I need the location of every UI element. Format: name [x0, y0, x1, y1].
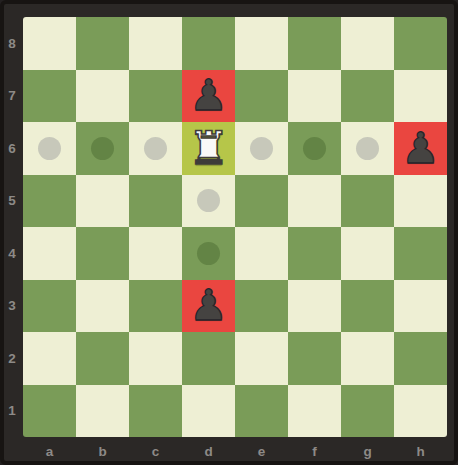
black-pawn[interactable]: ♟	[189, 284, 228, 327]
chess-app-window: 87654321 ♟♜♟♟ abcdefgh	[0, 0, 458, 465]
square-g5[interactable]	[341, 175, 394, 228]
square-h2[interactable]	[394, 332, 447, 385]
rank-label-8: 8	[4, 17, 20, 70]
square-c4[interactable]	[129, 227, 182, 280]
square-e1[interactable]	[235, 385, 288, 438]
square-f7[interactable]	[288, 70, 341, 123]
square-a7[interactable]	[23, 70, 76, 123]
square-b8[interactable]	[76, 17, 129, 70]
square-g3[interactable]	[341, 280, 394, 333]
square-c8[interactable]	[129, 17, 182, 70]
square-f1[interactable]	[288, 385, 341, 438]
file-label-g: g	[341, 437, 394, 465]
square-e8[interactable]	[235, 17, 288, 70]
square-e6[interactable]	[235, 122, 288, 175]
black-pawn[interactable]: ♟	[189, 74, 228, 117]
square-a4[interactable]	[23, 227, 76, 280]
square-h1[interactable]	[394, 385, 447, 438]
square-e2[interactable]	[235, 332, 288, 385]
square-g7[interactable]	[341, 70, 394, 123]
square-g4[interactable]	[341, 227, 394, 280]
square-b6[interactable]	[76, 122, 129, 175]
square-d6[interactable]: ♜	[182, 122, 235, 175]
square-c6[interactable]	[129, 122, 182, 175]
square-f2[interactable]	[288, 332, 341, 385]
square-a1[interactable]	[23, 385, 76, 438]
rank-label-4: 4	[4, 227, 20, 280]
square-c5[interactable]	[129, 175, 182, 228]
square-g8[interactable]	[341, 17, 394, 70]
square-f3[interactable]	[288, 280, 341, 333]
square-e5[interactable]	[235, 175, 288, 228]
rank-label-3: 3	[4, 280, 20, 333]
black-pawn[interactable]: ♟	[401, 127, 440, 170]
square-d1[interactable]	[182, 385, 235, 438]
rank-label-6: 6	[4, 122, 20, 175]
square-b1[interactable]	[76, 385, 129, 438]
square-d2[interactable]	[182, 332, 235, 385]
rank-labels: 87654321	[4, 17, 20, 437]
rank-label-2: 2	[4, 332, 20, 385]
square-c3[interactable]	[129, 280, 182, 333]
square-c7[interactable]	[129, 70, 182, 123]
file-label-b: b	[76, 437, 129, 465]
square-a5[interactable]	[23, 175, 76, 228]
square-c1[interactable]	[129, 385, 182, 438]
legal-move-dot-d4[interactable]	[197, 242, 220, 265]
square-a3[interactable]	[23, 280, 76, 333]
square-b7[interactable]	[76, 70, 129, 123]
rank-label-7: 7	[4, 70, 20, 123]
rank-label-5: 5	[4, 175, 20, 228]
square-d4[interactable]	[182, 227, 235, 280]
file-label-e: e	[235, 437, 288, 465]
square-a6[interactable]	[23, 122, 76, 175]
legal-move-dot-e6[interactable]	[250, 137, 273, 160]
square-g6[interactable]	[341, 122, 394, 175]
legal-move-dot-d5[interactable]	[197, 189, 220, 212]
chess-board[interactable]: ♟♜♟♟	[23, 17, 447, 437]
square-d7[interactable]: ♟	[182, 70, 235, 123]
file-label-f: f	[288, 437, 341, 465]
square-d8[interactable]	[182, 17, 235, 70]
square-a8[interactable]	[23, 17, 76, 70]
file-label-d: d	[182, 437, 235, 465]
square-c2[interactable]	[129, 332, 182, 385]
square-b4[interactable]	[76, 227, 129, 280]
square-e3[interactable]	[235, 280, 288, 333]
square-h7[interactable]	[394, 70, 447, 123]
square-f5[interactable]	[288, 175, 341, 228]
square-h4[interactable]	[394, 227, 447, 280]
square-h5[interactable]	[394, 175, 447, 228]
legal-move-dot-c6[interactable]	[144, 137, 167, 160]
legal-move-dot-g6[interactable]	[356, 137, 379, 160]
square-d5[interactable]	[182, 175, 235, 228]
file-label-c: c	[129, 437, 182, 465]
square-b3[interactable]	[76, 280, 129, 333]
rank-label-1: 1	[4, 385, 20, 438]
square-f6[interactable]	[288, 122, 341, 175]
square-e7[interactable]	[235, 70, 288, 123]
file-labels: abcdefgh	[23, 437, 447, 465]
file-label-a: a	[23, 437, 76, 465]
square-h8[interactable]	[394, 17, 447, 70]
legal-move-dot-f6[interactable]	[303, 137, 326, 160]
square-g2[interactable]	[341, 332, 394, 385]
legal-move-dot-b6[interactable]	[91, 137, 114, 160]
square-f4[interactable]	[288, 227, 341, 280]
square-d3[interactable]: ♟	[182, 280, 235, 333]
white-rook[interactable]: ♜	[188, 125, 229, 171]
square-h6[interactable]: ♟	[394, 122, 447, 175]
square-h3[interactable]	[394, 280, 447, 333]
square-g1[interactable]	[341, 385, 394, 438]
square-b2[interactable]	[76, 332, 129, 385]
square-b5[interactable]	[76, 175, 129, 228]
square-a2[interactable]	[23, 332, 76, 385]
file-label-h: h	[394, 437, 447, 465]
legal-move-dot-a6[interactable]	[38, 137, 61, 160]
square-f8[interactable]	[288, 17, 341, 70]
square-e4[interactable]	[235, 227, 288, 280]
